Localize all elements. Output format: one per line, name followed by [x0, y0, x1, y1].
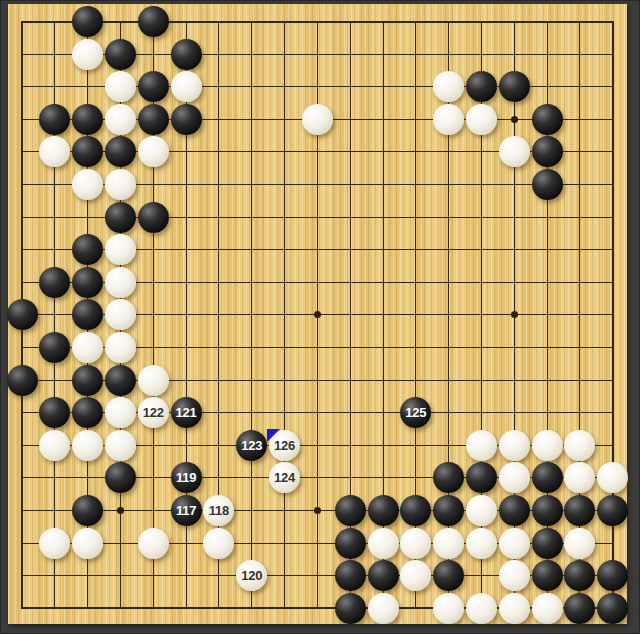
black-stone-7-13[interactable]: 123 — [236, 430, 267, 461]
white-stone-2-13[interactable] — [72, 430, 103, 461]
white-stone-16-13[interactable] — [532, 430, 563, 461]
white-stone-3-7[interactable] — [105, 234, 136, 265]
black-stone-10-15[interactable] — [335, 495, 366, 526]
black-stone-2-4[interactable] — [72, 136, 103, 167]
black-stone-5-15[interactable]: 117 — [171, 495, 202, 526]
white-stone-4-12[interactable]: 122 — [138, 397, 169, 428]
black-stone-4-2[interactable] — [138, 71, 169, 102]
black-stone-17-17[interactable] — [564, 560, 595, 591]
black-stone-0-11[interactable] — [7, 365, 38, 396]
black-stone-17-18[interactable] — [564, 593, 595, 624]
white-stone-15-4[interactable] — [499, 136, 530, 167]
black-stone-1-12[interactable] — [39, 397, 70, 428]
white-stone-17-14[interactable] — [564, 462, 595, 493]
black-stone-3-14[interactable] — [105, 462, 136, 493]
white-stone-3-9[interactable] — [105, 299, 136, 330]
white-stone-1-13[interactable] — [39, 430, 70, 461]
go-app-window: 122121125123126119124117118120 — [0, 0, 640, 634]
white-stone-11-16[interactable] — [368, 528, 399, 559]
white-stone-3-3[interactable] — [105, 104, 136, 135]
move-number-label: 123 — [241, 439, 262, 452]
move-number-label: 121 — [176, 406, 197, 419]
move-number-label: 119 — [176, 471, 196, 484]
white-stone-2-5[interactable] — [72, 169, 103, 200]
black-stone-11-17[interactable] — [368, 560, 399, 591]
white-stone-2-10[interactable] — [72, 332, 103, 363]
black-stone-18-17[interactable] — [597, 560, 628, 591]
white-stone-15-17[interactable] — [499, 560, 530, 591]
white-stone-2-1[interactable] — [72, 39, 103, 70]
white-stone-1-4[interactable] — [39, 136, 70, 167]
black-stone-2-7[interactable] — [72, 234, 103, 265]
white-stone-16-18[interactable] — [532, 593, 563, 624]
black-stone-15-15[interactable] — [499, 495, 530, 526]
black-stone-18-15[interactable] — [597, 495, 628, 526]
white-stone-3-2[interactable] — [105, 71, 136, 102]
black-stone-4-6[interactable] — [138, 202, 169, 233]
black-stone-5-1[interactable] — [171, 39, 202, 70]
white-stone-13-2[interactable] — [433, 71, 464, 102]
white-stone-8-13[interactable]: 126 — [269, 430, 300, 461]
go-board[interactable]: 122121125123126119124117118120 — [8, 4, 627, 624]
white-stone-4-11[interactable] — [138, 365, 169, 396]
white-stone-6-16[interactable] — [203, 528, 234, 559]
black-stone-16-16[interactable] — [532, 528, 563, 559]
star-point — [117, 507, 124, 514]
white-stone-13-3[interactable] — [433, 104, 464, 135]
white-stone-4-16[interactable] — [138, 528, 169, 559]
black-stone-3-4[interactable] — [105, 136, 136, 167]
white-stone-1-16[interactable] — [39, 528, 70, 559]
black-stone-5-14[interactable]: 119 — [171, 462, 202, 493]
move-number-label: 122 — [143, 406, 164, 419]
white-stone-14-16[interactable] — [466, 528, 497, 559]
white-stone-12-16[interactable] — [400, 528, 431, 559]
black-stone-12-15[interactable] — [400, 495, 431, 526]
black-stone-2-12[interactable] — [72, 397, 103, 428]
white-stone-4-4[interactable] — [138, 136, 169, 167]
move-number-label: 125 — [405, 406, 426, 419]
move-number-label: 117 — [176, 504, 196, 517]
black-stone-16-17[interactable] — [532, 560, 563, 591]
black-stone-2-11[interactable] — [72, 365, 103, 396]
white-stone-15-13[interactable] — [499, 430, 530, 461]
black-stone-1-10[interactable] — [39, 332, 70, 363]
black-stone-5-12[interactable]: 121 — [171, 397, 202, 428]
white-stone-14-15[interactable] — [466, 495, 497, 526]
black-stone-2-15[interactable] — [72, 495, 103, 526]
white-stone-15-14[interactable] — [499, 462, 530, 493]
black-stone-15-2[interactable] — [499, 71, 530, 102]
white-stone-8-14[interactable]: 124 — [269, 462, 300, 493]
black-stone-16-5[interactable] — [532, 169, 563, 200]
black-stone-5-3[interactable] — [171, 104, 202, 135]
black-stone-10-17[interactable] — [335, 560, 366, 591]
black-stone-3-6[interactable] — [105, 202, 136, 233]
white-stone-3-10[interactable] — [105, 332, 136, 363]
black-stone-12-12[interactable]: 125 — [400, 397, 431, 428]
white-stone-14-18[interactable] — [466, 593, 497, 624]
white-stone-13-18[interactable] — [433, 593, 464, 624]
white-stone-3-5[interactable] — [105, 169, 136, 200]
white-stone-15-16[interactable] — [499, 528, 530, 559]
white-stone-15-18[interactable] — [499, 593, 530, 624]
black-stone-2-9[interactable] — [72, 299, 103, 330]
black-stone-16-15[interactable] — [532, 495, 563, 526]
last-move-triangle-marker — [267, 429, 280, 442]
white-stone-18-14[interactable] — [597, 462, 628, 493]
white-stone-17-13[interactable] — [564, 430, 595, 461]
black-stone-2-8[interactable] — [72, 267, 103, 298]
white-stone-3-8[interactable] — [105, 267, 136, 298]
white-stone-7-17[interactable]: 120 — [236, 560, 267, 591]
black-stone-1-8[interactable] — [39, 267, 70, 298]
black-stone-17-15[interactable] — [564, 495, 595, 526]
black-stone-14-14[interactable] — [466, 462, 497, 493]
white-stone-3-12[interactable] — [105, 397, 136, 428]
white-stone-12-17[interactable] — [400, 560, 431, 591]
black-stone-10-18[interactable] — [335, 593, 366, 624]
white-stone-14-3[interactable] — [466, 104, 497, 135]
black-stone-4-0[interactable] — [138, 6, 169, 37]
black-stone-16-3[interactable] — [532, 104, 563, 135]
black-stone-16-4[interactable] — [532, 136, 563, 167]
black-stone-3-1[interactable] — [105, 39, 136, 70]
move-number-label: 124 — [274, 471, 295, 484]
white-stone-2-16[interactable] — [72, 528, 103, 559]
black-stone-3-11[interactable] — [105, 365, 136, 396]
white-stone-11-18[interactable] — [368, 593, 399, 624]
black-stone-0-9[interactable] — [7, 299, 38, 330]
black-stone-16-14[interactable] — [532, 462, 563, 493]
black-stone-13-17[interactable] — [433, 560, 464, 591]
black-stone-13-14[interactable] — [433, 462, 464, 493]
black-stone-11-15[interactable] — [368, 495, 399, 526]
star-point — [314, 311, 321, 318]
black-stone-14-2[interactable] — [466, 71, 497, 102]
white-stone-6-15[interactable]: 118 — [203, 495, 234, 526]
black-stone-1-3[interactable] — [39, 104, 70, 135]
black-stone-2-0[interactable] — [72, 6, 103, 37]
white-stone-14-13[interactable] — [466, 430, 497, 461]
black-stone-4-3[interactable] — [138, 104, 169, 135]
white-stone-17-16[interactable] — [564, 528, 595, 559]
black-stone-2-3[interactable] — [72, 104, 103, 135]
white-stone-3-13[interactable] — [105, 430, 136, 461]
black-stone-13-15[interactable] — [433, 495, 464, 526]
white-stone-9-3[interactable] — [302, 104, 333, 135]
black-stone-10-16[interactable] — [335, 528, 366, 559]
white-stone-5-2[interactable] — [171, 71, 202, 102]
white-stone-13-16[interactable] — [433, 528, 464, 559]
move-number-label: 118 — [209, 504, 229, 517]
move-number-label: 120 — [241, 569, 262, 582]
star-point — [511, 311, 518, 318]
star-point — [511, 116, 518, 123]
black-stone-18-18[interactable] — [597, 593, 628, 624]
star-point — [314, 507, 321, 514]
